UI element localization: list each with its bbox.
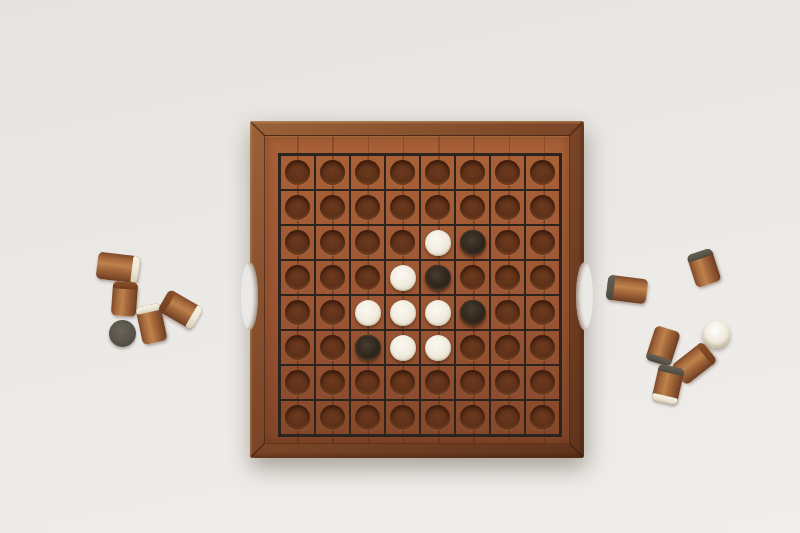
cell-f4[interactable]	[455, 260, 490, 295]
disc-white[interactable]	[390, 265, 416, 291]
dimple	[320, 160, 345, 185]
cell-e7[interactable]	[420, 365, 455, 400]
disc-white-face	[185, 305, 204, 330]
dimple	[460, 195, 485, 220]
cell-g4[interactable]	[490, 260, 525, 295]
cell-e3[interactable]	[420, 225, 455, 260]
cell-g8[interactable]	[490, 400, 525, 435]
cell-c6[interactable]	[350, 330, 385, 365]
cell-c5[interactable]	[350, 295, 385, 330]
dimple	[425, 195, 450, 220]
dimple	[390, 230, 415, 255]
cell-g2[interactable]	[490, 190, 525, 225]
cell-b5[interactable]	[315, 295, 350, 330]
dimple	[530, 160, 555, 185]
cell-e6[interactable]	[420, 330, 455, 365]
cell-a2[interactable]	[280, 190, 315, 225]
cell-b8[interactable]	[315, 400, 350, 435]
dimple	[320, 335, 345, 360]
cell-h5[interactable]	[525, 295, 560, 330]
dimple	[390, 405, 415, 430]
disc-white[interactable]	[390, 335, 416, 361]
cell-a5[interactable]	[280, 295, 315, 330]
disc-wood-face	[157, 289, 176, 314]
cell-g3[interactable]	[490, 225, 525, 260]
cell-c4[interactable]	[350, 260, 385, 295]
dimple	[530, 265, 555, 290]
cell-g1[interactable]	[490, 155, 525, 190]
dimple	[355, 370, 380, 395]
disc-black[interactable]	[425, 265, 451, 291]
cell-g7[interactable]	[490, 365, 525, 400]
dimple	[390, 160, 415, 185]
cell-c7[interactable]	[350, 365, 385, 400]
dimple	[495, 370, 520, 395]
dimple	[530, 405, 555, 430]
cell-b3[interactable]	[315, 225, 350, 260]
cell-g5[interactable]	[490, 295, 525, 330]
dimple	[285, 160, 310, 185]
disc-white[interactable]	[425, 300, 451, 326]
dimple	[460, 265, 485, 290]
dimple	[425, 370, 450, 395]
cell-d4[interactable]	[385, 260, 420, 295]
dimple	[460, 405, 485, 430]
cell-d7[interactable]	[385, 365, 420, 400]
dimple	[495, 265, 520, 290]
cell-g6[interactable]	[490, 330, 525, 365]
cell-f7[interactable]	[455, 365, 490, 400]
loose-disc-white-face-up[interactable]	[703, 321, 730, 348]
photo-scene	[0, 0, 800, 533]
cell-b6[interactable]	[315, 330, 350, 365]
dimple	[285, 195, 310, 220]
dimple	[460, 160, 485, 185]
cell-h8[interactable]	[525, 400, 560, 435]
loose-disc-on-side[interactable]	[686, 248, 721, 288]
loose-disc-on-side[interactable]	[651, 364, 685, 406]
cell-f5[interactable]	[455, 295, 490, 330]
cell-h1[interactable]	[525, 155, 560, 190]
dimple	[285, 370, 310, 395]
loose-disc-on-side[interactable]	[111, 281, 138, 317]
loose-disc-on-side[interactable]	[96, 252, 141, 284]
disc-dark-face	[686, 248, 713, 263]
cell-a4[interactable]	[280, 260, 315, 295]
dimple	[355, 160, 380, 185]
disc-wood-face	[113, 281, 138, 290]
cell-b4[interactable]	[315, 260, 350, 295]
cell-c2[interactable]	[350, 190, 385, 225]
cell-f8[interactable]	[455, 400, 490, 435]
dimple	[285, 265, 310, 290]
cell-h2[interactable]	[525, 190, 560, 225]
cell-a7[interactable]	[280, 365, 315, 400]
cell-d1[interactable]	[385, 155, 420, 190]
dimple	[320, 195, 345, 220]
cell-d3[interactable]	[385, 225, 420, 260]
cell-c1[interactable]	[350, 155, 385, 190]
cell-e5[interactable]	[420, 295, 455, 330]
dimple	[530, 195, 555, 220]
disc-white-face	[130, 256, 140, 284]
disc-white[interactable]	[425, 230, 451, 256]
dimple	[495, 405, 520, 430]
dimple	[285, 405, 310, 430]
cell-f6[interactable]	[455, 330, 490, 365]
loose-disc-dark-face-up[interactable]	[109, 320, 136, 347]
cell-h6[interactable]	[525, 330, 560, 365]
dimple	[495, 335, 520, 360]
dimple	[355, 405, 380, 430]
cell-b7[interactable]	[315, 365, 350, 400]
cell-e1[interactable]	[420, 155, 455, 190]
cell-h7[interactable]	[525, 365, 560, 400]
othello-board	[250, 121, 584, 458]
cell-h3[interactable]	[525, 225, 560, 260]
cell-e8[interactable]	[420, 400, 455, 435]
cell-h4[interactable]	[525, 260, 560, 295]
dimple	[495, 300, 520, 325]
dimple	[355, 195, 380, 220]
dimple	[460, 335, 485, 360]
dimple	[530, 335, 555, 360]
dimple	[285, 335, 310, 360]
disc-dark-face	[606, 275, 616, 301]
dimple	[285, 300, 310, 325]
cell-d5[interactable]	[385, 295, 420, 330]
dimple	[495, 160, 520, 185]
disc-white-face	[651, 393, 678, 406]
dimple	[390, 370, 415, 395]
finger-notch-left	[241, 262, 258, 330]
cell-c8[interactable]	[350, 400, 385, 435]
dimple	[390, 195, 415, 220]
dimple	[355, 265, 380, 290]
cell-e2[interactable]	[420, 190, 455, 225]
dimple	[460, 370, 485, 395]
board-tray	[264, 135, 570, 444]
cell-a6[interactable]	[280, 330, 315, 365]
dimple	[320, 265, 345, 290]
dimple	[425, 405, 450, 430]
dimple	[530, 230, 555, 255]
cell-f2[interactable]	[455, 190, 490, 225]
cell-b2[interactable]	[315, 190, 350, 225]
finger-notch-right	[576, 262, 593, 330]
dimple	[355, 230, 380, 255]
cell-e4[interactable]	[420, 260, 455, 295]
dimple	[425, 160, 450, 185]
cell-c3[interactable]	[350, 225, 385, 260]
disc-white[interactable]	[425, 335, 451, 361]
cell-b1[interactable]	[315, 155, 350, 190]
cell-a1[interactable]	[280, 155, 315, 190]
cell-d2[interactable]	[385, 190, 420, 225]
board-grid	[278, 153, 562, 437]
dimple	[320, 300, 345, 325]
cell-f3[interactable]	[455, 225, 490, 260]
dimple	[530, 370, 555, 395]
disc-black[interactable]	[460, 230, 486, 256]
dimple	[495, 195, 520, 220]
cell-d8[interactable]	[385, 400, 420, 435]
disc-white[interactable]	[355, 300, 381, 326]
loose-disc-on-side[interactable]	[606, 275, 649, 305]
disc-white[interactable]	[390, 300, 416, 326]
dimple	[320, 230, 345, 255]
cell-a8[interactable]	[280, 400, 315, 435]
dimple	[320, 370, 345, 395]
disc-black[interactable]	[460, 300, 486, 326]
dimple	[495, 230, 520, 255]
disc-black[interactable]	[355, 335, 381, 361]
dimple	[320, 405, 345, 430]
dimple	[285, 230, 310, 255]
cell-d6[interactable]	[385, 330, 420, 365]
cell-a3[interactable]	[280, 225, 315, 260]
disc-white-face	[135, 303, 161, 315]
dimple	[530, 300, 555, 325]
cell-f1[interactable]	[455, 155, 490, 190]
